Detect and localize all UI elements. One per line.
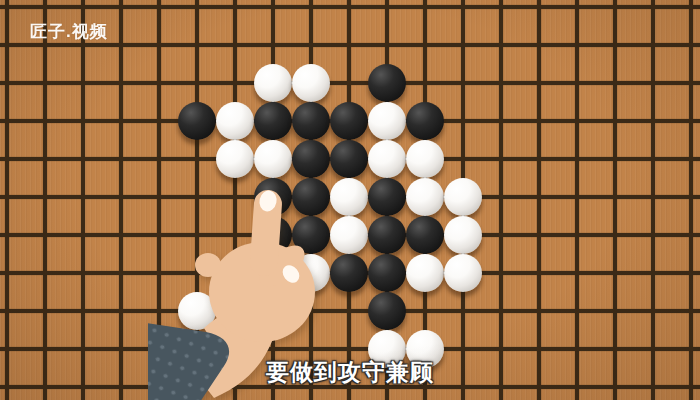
stone-black — [368, 216, 406, 254]
grid-line-vertical — [43, 0, 47, 400]
stone-white — [406, 178, 444, 216]
stone-white — [216, 102, 254, 140]
grid-line-vertical — [5, 0, 9, 400]
video-frame: 匠子.视频 要做到攻守兼顾 — [0, 0, 700, 400]
stone-black — [406, 102, 444, 140]
grid-line-vertical — [651, 0, 655, 400]
stone-black — [178, 102, 216, 140]
stone-white — [368, 140, 406, 178]
grid-line-vertical — [613, 0, 617, 400]
stone-black — [330, 140, 368, 178]
stone-black — [368, 178, 406, 216]
stone-white — [292, 64, 330, 102]
stone-white — [444, 254, 482, 292]
stone-white — [406, 140, 444, 178]
stone-black — [292, 140, 330, 178]
stone-white — [216, 140, 254, 178]
grid-line-vertical — [575, 0, 579, 400]
knuckle — [195, 253, 221, 277]
grid-line-horizontal — [0, 43, 700, 47]
stone-black — [368, 292, 406, 330]
stone-black — [368, 254, 406, 292]
subtitle-caption: 要做到攻守兼顾 — [0, 357, 700, 388]
grid-line-vertical — [537, 0, 541, 400]
stone-black — [330, 102, 368, 140]
grid-line-vertical — [81, 0, 85, 400]
grid-line-horizontal — [0, 81, 700, 85]
stone-black — [292, 102, 330, 140]
grid-line-vertical — [689, 0, 693, 400]
grid-line-horizontal — [0, 309, 700, 313]
stone-white — [406, 254, 444, 292]
stone-black — [254, 102, 292, 140]
stone-black — [406, 216, 444, 254]
go-board — [0, 0, 700, 400]
grid-line-horizontal — [0, 347, 700, 351]
grid-line-horizontal — [0, 5, 700, 9]
stone-white — [368, 102, 406, 140]
watermark-logo: 匠子.视频 — [30, 20, 108, 43]
stone-white — [254, 64, 292, 102]
stone-white — [254, 140, 292, 178]
stone-black — [368, 64, 406, 102]
grid-line-vertical — [119, 0, 123, 400]
stone-white — [444, 178, 482, 216]
stone-white — [444, 216, 482, 254]
grid-line-vertical — [499, 0, 503, 400]
